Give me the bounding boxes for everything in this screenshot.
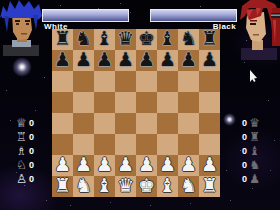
star xyxy=(270,170,271,171)
pawn-icon: ♟ xyxy=(248,173,261,185)
square-h2[interactable]: ♟ xyxy=(199,155,220,176)
piece-white-queen: ♛ xyxy=(117,176,134,195)
star xyxy=(244,62,245,63)
square-g4[interactable] xyxy=(178,113,199,134)
piece-black-pawn: ♟ xyxy=(54,50,71,69)
captured-rook-row: ♖0 xyxy=(15,130,34,144)
square-f5[interactable] xyxy=(157,92,178,113)
square-b7[interactable]: ♟ xyxy=(73,50,94,71)
black-captured-tray: 0♛0♜0♝0♞0♟ xyxy=(242,116,261,186)
square-e5[interactable] xyxy=(136,92,157,113)
bishop-icon: ♝ xyxy=(248,145,261,157)
square-f2[interactable]: ♟ xyxy=(157,155,178,176)
square-e7[interactable]: ♟ xyxy=(136,50,157,71)
piece-white-pawn: ♟ xyxy=(138,155,155,174)
square-g5[interactable] xyxy=(178,92,199,113)
star xyxy=(120,3,121,4)
chess-board: ♜♞♝♛♚♝♞♜♟♟♟♟♟♟♟♟♟♟♟♟♟♟♟♟♜♞♝♛♚♝♞♜ xyxy=(52,29,220,197)
piece-white-pawn: ♟ xyxy=(180,155,197,174)
square-h8[interactable]: ♜ xyxy=(199,29,220,50)
star xyxy=(44,77,45,78)
captured-queen-row: 0♛ xyxy=(242,116,261,130)
square-b1[interactable]: ♞ xyxy=(73,176,94,197)
captured-pawn-row: ♙0 xyxy=(15,172,34,186)
captured-pawn-count: 0 xyxy=(242,175,247,184)
queen-icon: ♛ xyxy=(248,117,261,129)
square-e2[interactable]: ♟ xyxy=(136,155,157,176)
star xyxy=(200,6,201,7)
square-c5[interactable] xyxy=(94,92,115,113)
captured-rook-row: 0♜ xyxy=(242,130,261,144)
star xyxy=(226,170,227,171)
bishop-icon: ♗ xyxy=(15,145,28,157)
square-g7[interactable]: ♟ xyxy=(178,50,199,71)
piece-black-pawn: ♟ xyxy=(138,50,155,69)
captured-pawn-row: 0♟ xyxy=(242,172,261,186)
captured-queen-count: 0 xyxy=(242,119,247,128)
captured-rook-count: 0 xyxy=(29,133,34,142)
piece-black-knight: ♞ xyxy=(75,29,92,48)
square-d4[interactable] xyxy=(115,113,136,134)
square-e6[interactable] xyxy=(136,71,157,92)
piece-white-bishop: ♝ xyxy=(159,176,176,195)
captured-pawn-count: 0 xyxy=(29,175,34,184)
square-e8[interactable]: ♚ xyxy=(136,29,157,50)
white-health-bar xyxy=(42,9,129,22)
piece-black-rook: ♜ xyxy=(201,29,218,48)
square-b5[interactable] xyxy=(73,92,94,113)
mouse-cursor xyxy=(250,70,259,82)
rook-icon: ♜ xyxy=(248,131,261,143)
square-b4[interactable] xyxy=(73,113,94,134)
square-h7[interactable]: ♟ xyxy=(199,50,220,71)
knight-icon: ♘ xyxy=(15,159,28,171)
square-g6[interactable] xyxy=(178,71,199,92)
square-a4[interactable] xyxy=(52,113,73,134)
piece-black-bishop: ♝ xyxy=(96,29,113,48)
square-g2[interactable]: ♟ xyxy=(178,155,199,176)
bright-star-glow xyxy=(12,57,32,77)
star xyxy=(6,90,7,91)
square-g3[interactable] xyxy=(178,134,199,155)
piece-white-rook: ♜ xyxy=(201,176,218,195)
rook-icon: ♖ xyxy=(15,131,28,143)
square-d5[interactable] xyxy=(115,92,136,113)
piece-white-pawn: ♟ xyxy=(96,155,113,174)
square-c8[interactable]: ♝ xyxy=(94,29,115,50)
black-health-bar xyxy=(150,9,237,22)
square-d1[interactable]: ♛ xyxy=(115,176,136,197)
star xyxy=(274,140,275,141)
star xyxy=(70,205,71,206)
square-e4[interactable] xyxy=(136,113,157,134)
piece-black-pawn: ♟ xyxy=(180,50,197,69)
captured-rook-count: 0 xyxy=(242,133,247,142)
piece-black-pawn: ♟ xyxy=(159,50,176,69)
piece-white-pawn: ♟ xyxy=(54,155,71,174)
square-g8[interactable]: ♞ xyxy=(178,29,199,50)
star xyxy=(150,22,151,23)
piece-black-pawn: ♟ xyxy=(75,50,92,69)
square-h4[interactable] xyxy=(199,113,220,134)
star xyxy=(130,12,131,13)
piece-white-bishop: ♝ xyxy=(96,176,113,195)
white-captured-tray: ♕0♖0♗0♘0♙0 xyxy=(15,116,34,186)
square-f4[interactable] xyxy=(157,113,178,134)
square-a6[interactable] xyxy=(52,71,73,92)
star xyxy=(268,100,269,101)
piece-black-king: ♚ xyxy=(138,29,155,48)
square-h3[interactable] xyxy=(199,134,220,155)
piece-black-pawn: ♟ xyxy=(117,50,134,69)
captured-knight-count: 0 xyxy=(29,161,34,170)
captured-bishop-row: 0♝ xyxy=(242,144,261,158)
square-h6[interactable] xyxy=(199,71,220,92)
star xyxy=(110,202,111,203)
captured-knight-row: ♘0 xyxy=(15,158,34,172)
captured-knight-row: 0♞ xyxy=(242,158,261,172)
piece-black-bishop: ♝ xyxy=(159,29,176,48)
captured-bishop-count: 0 xyxy=(29,147,34,156)
piece-white-pawn: ♟ xyxy=(201,155,218,174)
captured-bishop-row: ♗0 xyxy=(15,144,34,158)
square-f6[interactable] xyxy=(157,71,178,92)
piece-black-queen: ♛ xyxy=(117,29,134,48)
square-a7[interactable]: ♟ xyxy=(52,50,73,71)
star xyxy=(240,150,241,151)
star xyxy=(46,200,47,201)
square-g1[interactable]: ♞ xyxy=(178,176,199,197)
white-player-portrait xyxy=(0,0,42,56)
piece-white-king: ♚ xyxy=(138,176,155,195)
star xyxy=(190,203,191,204)
square-d3[interactable] xyxy=(115,134,136,155)
piece-white-pawn: ♟ xyxy=(75,155,92,174)
piece-white-knight: ♞ xyxy=(180,176,197,195)
square-c2[interactable]: ♟ xyxy=(94,155,115,176)
piece-white-pawn: ♟ xyxy=(159,155,176,174)
square-e3[interactable] xyxy=(136,134,157,155)
square-a2[interactable]: ♟ xyxy=(52,155,73,176)
square-d6[interactable] xyxy=(115,71,136,92)
square-c7[interactable]: ♟ xyxy=(94,50,115,71)
captured-queen-row: ♕0 xyxy=(15,116,34,130)
piece-white-pawn: ♟ xyxy=(117,155,134,174)
game-window: White Black ♜♞♝♛♚♝♞♜♟♟♟♟♟♟♟♟♟♟♟♟♟♟♟♟♜♞♝♛… xyxy=(0,0,280,210)
piece-black-rook: ♜ xyxy=(54,29,71,48)
piece-white-rook: ♜ xyxy=(54,176,71,195)
piece-black-pawn: ♟ xyxy=(201,50,218,69)
square-b6[interactable] xyxy=(73,71,94,92)
knight-icon: ♞ xyxy=(248,159,261,171)
square-a8[interactable]: ♜ xyxy=(52,29,73,50)
square-d8[interactable]: ♛ xyxy=(115,29,136,50)
square-f7[interactable]: ♟ xyxy=(157,50,178,71)
queen-icon: ♕ xyxy=(15,117,28,129)
black-player-portrait xyxy=(237,0,280,60)
square-d2[interactable]: ♟ xyxy=(115,155,136,176)
star xyxy=(150,205,151,206)
square-c4[interactable] xyxy=(94,113,115,134)
piece-black-pawn: ♟ xyxy=(96,50,113,69)
square-a1[interactable]: ♜ xyxy=(52,176,73,197)
captured-bishop-count: 0 xyxy=(242,147,247,156)
square-a5[interactable] xyxy=(52,92,73,113)
piece-white-knight: ♞ xyxy=(75,176,92,195)
square-d7[interactable]: ♟ xyxy=(115,50,136,71)
square-c6[interactable] xyxy=(94,71,115,92)
pawn-icon: ♙ xyxy=(15,173,28,185)
square-b3[interactable] xyxy=(73,134,94,155)
captured-knight-count: 0 xyxy=(242,161,247,170)
square-a3[interactable] xyxy=(52,134,73,155)
star xyxy=(35,110,36,111)
square-h5[interactable] xyxy=(199,92,220,113)
square-f1[interactable]: ♝ xyxy=(157,176,178,197)
bright-star-glow xyxy=(223,113,236,126)
captured-queen-count: 0 xyxy=(29,119,34,128)
star xyxy=(60,5,61,6)
star xyxy=(252,188,253,189)
square-b2[interactable]: ♟ xyxy=(73,155,94,176)
square-f8[interactable]: ♝ xyxy=(157,29,178,50)
star xyxy=(230,200,231,201)
square-b8[interactable]: ♞ xyxy=(73,29,94,50)
square-f3[interactable] xyxy=(157,134,178,155)
star xyxy=(10,120,11,121)
square-e1[interactable]: ♚ xyxy=(136,176,157,197)
square-c3[interactable] xyxy=(94,134,115,155)
square-c1[interactable]: ♝ xyxy=(94,176,115,197)
piece-black-knight: ♞ xyxy=(180,29,197,48)
square-h1[interactable]: ♜ xyxy=(199,176,220,197)
